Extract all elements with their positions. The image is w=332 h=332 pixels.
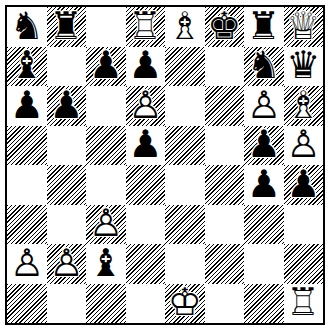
piece-glyph: ♞ (10, 7, 44, 45)
square-c5[interactable] (86, 126, 126, 166)
square-b2[interactable]: ♟♙ (47, 244, 87, 284)
piece-white-rook: ♜♖ (126, 7, 166, 47)
piece-black-pawn: ♟♟ (126, 126, 166, 166)
square-a1[interactable] (7, 284, 47, 324)
piece-white-bishop: ♝♗ (165, 7, 205, 47)
piece-glyph: ♟ (49, 86, 83, 124)
piece-black-bishop: ♝♝ (7, 47, 47, 87)
square-b6[interactable]: ♟♟ (47, 86, 87, 126)
square-a8[interactable]: ♞♞ (7, 7, 47, 47)
piece-glyph: ♙ (49, 244, 83, 282)
piece-white-pawn: ♟♙ (284, 126, 324, 166)
piece-glyph: ♙ (128, 86, 162, 124)
square-h7[interactable]: ♛♛ (284, 47, 324, 87)
piece-white-pawn: ♟♙ (47, 244, 87, 284)
square-g8[interactable]: ♜♜ (244, 7, 284, 47)
square-b3[interactable] (47, 205, 87, 245)
piece-white-pawn: ♟♙ (126, 86, 166, 126)
piece-black-pawn: ♟♟ (244, 165, 284, 205)
square-c7[interactable]: ♟♟ (86, 47, 126, 87)
square-c3[interactable]: ♟♙ (86, 205, 126, 245)
piece-black-rook: ♜♜ (244, 7, 284, 47)
square-f1[interactable] (205, 284, 245, 324)
square-f5[interactable] (205, 126, 245, 166)
square-d1[interactable] (126, 284, 166, 324)
square-g3[interactable] (244, 205, 284, 245)
square-e8[interactable]: ♝♗ (165, 7, 205, 47)
piece-glyph: ♕ (286, 7, 320, 45)
square-e6[interactable] (165, 86, 205, 126)
square-g2[interactable] (244, 244, 284, 284)
piece-white-pawn: ♟♙ (86, 205, 126, 245)
square-a4[interactable] (7, 165, 47, 205)
board-frame: ♞♞♜♜♜♖♝♗♚♚♜♜♛♕♝♝♟♟♟♟♞♞♛♛♟♟♟♟♟♙♟♙♝♗♟♟♟♟♟♙… (5, 5, 325, 325)
piece-black-pawn: ♟♟ (86, 47, 126, 87)
piece-black-pawn: ♟♟ (47, 86, 87, 126)
piece-glyph: ♟ (247, 125, 281, 163)
square-d6[interactable]: ♟♙ (126, 86, 166, 126)
square-f4[interactable] (205, 165, 245, 205)
square-f2[interactable] (205, 244, 245, 284)
piece-black-knight: ♞♞ (244, 47, 284, 87)
square-g7[interactable]: ♞♞ (244, 47, 284, 87)
square-f3[interactable] (205, 205, 245, 245)
piece-white-king: ♚♔ (165, 284, 205, 324)
piece-glyph: ♙ (10, 244, 44, 282)
piece-black-pawn: ♟♟ (7, 86, 47, 126)
square-h8[interactable]: ♛♕ (284, 7, 324, 47)
piece-glyph: ♗ (168, 7, 202, 45)
square-h1[interactable]: ♜♖ (284, 284, 324, 324)
square-g1[interactable] (244, 284, 284, 324)
piece-glyph: ♙ (89, 204, 123, 242)
piece-glyph: ♙ (286, 125, 320, 163)
piece-black-pawn: ♟♟ (244, 126, 284, 166)
piece-glyph: ♞ (247, 46, 281, 84)
piece-glyph: ♜ (247, 7, 281, 45)
square-e5[interactable] (165, 126, 205, 166)
piece-glyph: ♖ (128, 7, 162, 45)
piece-glyph: ♝ (89, 244, 123, 282)
piece-black-pawn: ♟♟ (126, 47, 166, 87)
chess-diagram-page: ♞♞♜♜♜♖♝♗♚♚♜♜♛♕♝♝♟♟♟♟♞♞♛♛♟♟♟♟♟♙♟♙♝♗♟♟♟♟♟♙… (0, 0, 332, 332)
square-g6[interactable]: ♟♙ (244, 86, 284, 126)
square-a5[interactable] (7, 126, 47, 166)
piece-glyph: ♔ (168, 283, 202, 321)
square-a3[interactable] (7, 205, 47, 245)
piece-black-rook: ♜♜ (47, 7, 87, 47)
square-h3[interactable] (284, 205, 324, 245)
square-e7[interactable] (165, 47, 205, 87)
piece-white-bishop: ♝♗ (284, 86, 324, 126)
square-a2[interactable]: ♟♙ (7, 244, 47, 284)
square-a7[interactable]: ♝♝ (7, 47, 47, 87)
piece-black-queen: ♛♛ (284, 47, 324, 87)
square-b8[interactable]: ♜♜ (47, 7, 87, 47)
piece-glyph: ♟ (128, 46, 162, 84)
square-h2[interactable] (284, 244, 324, 284)
square-c1[interactable] (86, 284, 126, 324)
square-e2[interactable] (165, 244, 205, 284)
piece-glyph: ♗ (286, 86, 320, 124)
piece-glyph: ♟ (286, 165, 320, 203)
square-e4[interactable] (165, 165, 205, 205)
square-d7[interactable]: ♟♟ (126, 47, 166, 87)
piece-black-king: ♚♚ (205, 7, 245, 47)
piece-glyph: ♟ (128, 125, 162, 163)
square-b1[interactable] (47, 284, 87, 324)
square-b5[interactable] (47, 126, 87, 166)
piece-glyph: ♛ (286, 46, 320, 84)
square-f7[interactable] (205, 47, 245, 87)
square-c2[interactable]: ♝♝ (86, 244, 126, 284)
square-d5[interactable]: ♟♟ (126, 126, 166, 166)
square-e1[interactable]: ♚♔ (165, 284, 205, 324)
square-c6[interactable] (86, 86, 126, 126)
square-h4[interactable]: ♟♟ (284, 165, 324, 205)
piece-black-knight: ♞♞ (7, 7, 47, 47)
piece-glyph: ♟ (247, 165, 281, 203)
piece-black-pawn: ♟♟ (284, 165, 324, 205)
piece-white-pawn: ♟♙ (244, 86, 284, 126)
square-d8[interactable]: ♜♖ (126, 7, 166, 47)
square-d4[interactable] (126, 165, 166, 205)
square-g4[interactable]: ♟♟ (244, 165, 284, 205)
piece-glyph: ♜ (49, 7, 83, 45)
square-d2[interactable] (126, 244, 166, 284)
piece-glyph: ♝ (10, 46, 44, 84)
square-e3[interactable] (165, 205, 205, 245)
square-c8[interactable] (86, 7, 126, 47)
square-f8[interactable]: ♚♚ (205, 7, 245, 47)
chess-board: ♞♞♜♜♜♖♝♗♚♚♜♜♛♕♝♝♟♟♟♟♞♞♛♛♟♟♟♟♟♙♟♙♝♗♟♟♟♟♟♙… (7, 7, 323, 323)
piece-white-rook: ♜♖ (284, 284, 324, 324)
piece-glyph: ♟ (10, 86, 44, 124)
piece-black-bishop: ♝♝ (86, 244, 126, 284)
square-c4[interactable] (86, 165, 126, 205)
square-h6[interactable]: ♝♗ (284, 86, 324, 126)
piece-white-queen: ♛♕ (284, 7, 324, 47)
square-h5[interactable]: ♟♙ (284, 126, 324, 166)
square-d3[interactable] (126, 205, 166, 245)
square-g5[interactable]: ♟♟ (244, 126, 284, 166)
piece-glyph: ♙ (247, 86, 281, 124)
piece-glyph: ♟ (89, 46, 123, 84)
square-b4[interactable] (47, 165, 87, 205)
square-a6[interactable]: ♟♟ (7, 86, 47, 126)
piece-glyph: ♚ (207, 7, 241, 45)
piece-glyph: ♖ (286, 283, 320, 321)
square-f6[interactable] (205, 86, 245, 126)
square-b7[interactable] (47, 47, 87, 87)
piece-white-pawn: ♟♙ (7, 244, 47, 284)
